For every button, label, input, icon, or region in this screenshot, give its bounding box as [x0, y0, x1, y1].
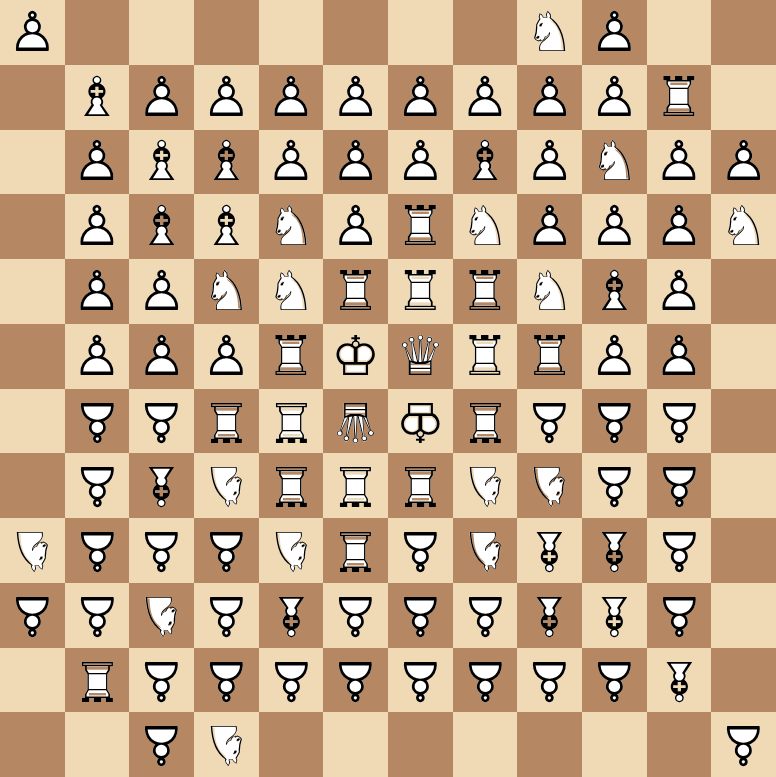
- square-r8-c7[interactable]: ♜♖: [388, 453, 453, 518]
- white-pawn-piece-inverted[interactable]: ♟♙: [65, 583, 130, 648]
- square-r1-c7[interactable]: [388, 0, 453, 65]
- square-r9-c4[interactable]: ♟♙: [194, 518, 259, 583]
- white-rook-piece-inverted[interactable]: ♜♖: [388, 453, 453, 518]
- white-pawn-piece-inverted[interactable]: ♟♙: [711, 712, 776, 777]
- piece-outline-glyph: ♗: [194, 194, 259, 259]
- white-pawn-piece-inverted[interactable]: ♟♙: [582, 648, 647, 713]
- square-r10-c2[interactable]: ♟♙: [65, 583, 130, 648]
- white-pawn-piece[interactable]: ♟♙: [711, 130, 776, 195]
- square-r12-c9[interactable]: [517, 712, 582, 777]
- piece-outline-glyph: ♙: [259, 648, 324, 713]
- square-r9-c7[interactable]: ♟♙: [388, 518, 453, 583]
- white-pawn-piece-inverted[interactable]: ♟♙: [323, 583, 388, 648]
- piece-outline-glyph: ♙: [647, 194, 712, 259]
- square-r12-c12[interactable]: ♟♙: [711, 712, 776, 777]
- square-r7-c4[interactable]: ♜♖: [194, 389, 259, 454]
- square-r2-c9[interactable]: ♟♙: [517, 65, 582, 130]
- square-r12-c10[interactable]: [582, 712, 647, 777]
- white-bishop-piece[interactable]: ♝♗: [194, 130, 259, 195]
- white-pawn-piece[interactable]: ♟♙: [323, 194, 388, 259]
- white-pawn-piece-inverted[interactable]: ♟♙: [453, 648, 518, 713]
- square-r2-c10[interactable]: ♟♙: [582, 65, 647, 130]
- square-r10-c6[interactable]: ♟♙: [323, 583, 388, 648]
- white-knight-piece[interactable]: ♞♘: [711, 194, 776, 259]
- square-r9-c3[interactable]: ♟♙: [129, 518, 194, 583]
- square-r12-c7[interactable]: [388, 712, 453, 777]
- white-pawn-piece-inverted[interactable]: ♟♙: [129, 518, 194, 583]
- square-r10-c7[interactable]: ♟♙: [388, 583, 453, 648]
- white-bishop-piece-inverted[interactable]: ♝♗: [582, 583, 647, 648]
- piece-outline-glyph: ♙: [388, 65, 453, 130]
- square-r5-c4[interactable]: ♞♘: [194, 259, 259, 324]
- square-r10-c5[interactable]: ♝♗: [259, 583, 324, 648]
- piece-outline-glyph: ♗: [647, 648, 712, 713]
- square-r12-c6[interactable]: [323, 712, 388, 777]
- square-r12-c5[interactable]: [259, 712, 324, 777]
- square-r9-c2[interactable]: ♟♙: [65, 518, 130, 583]
- square-r7-c6[interactable]: ♛♕: [323, 389, 388, 454]
- square-r5-c9[interactable]: ♞♘: [517, 259, 582, 324]
- white-pawn-piece[interactable]: ♟♙: [323, 130, 388, 195]
- white-pawn-piece[interactable]: ♟♙: [453, 65, 518, 130]
- white-pawn-piece-inverted[interactable]: ♟♙: [388, 583, 453, 648]
- square-r2-c4[interactable]: ♟♙: [194, 65, 259, 130]
- white-knight-piece-inverted[interactable]: ♞♘: [194, 712, 259, 777]
- white-pawn-piece[interactable]: ♟♙: [517, 65, 582, 130]
- piece-outline-glyph: ♗: [129, 453, 194, 518]
- square-r6-c11[interactable]: ♟♙: [647, 324, 712, 389]
- white-rook-piece[interactable]: ♜♖: [647, 65, 712, 130]
- white-pawn-piece-inverted[interactable]: ♟♙: [129, 712, 194, 777]
- square-r7-c5[interactable]: ♜♖: [259, 389, 324, 454]
- square-r12-c8[interactable]: [453, 712, 518, 777]
- square-r3-c5[interactable]: ♟♙: [259, 130, 324, 195]
- square-r2-c8[interactable]: ♟♙: [453, 65, 518, 130]
- piece-outline-glyph: ♘: [259, 518, 324, 583]
- square-r6-c4[interactable]: ♟♙: [194, 324, 259, 389]
- square-r2-c12[interactable]: [711, 65, 776, 130]
- square-r11-c1[interactable]: [0, 648, 65, 713]
- square-r1-c6[interactable]: [323, 0, 388, 65]
- white-knight-piece-inverted[interactable]: ♞♘: [194, 453, 259, 518]
- square-r11-c4[interactable]: ♟♙: [194, 648, 259, 713]
- white-pawn-piece[interactable]: ♟♙: [388, 130, 453, 195]
- piece-outline-glyph: ♙: [65, 194, 130, 259]
- white-rook-piece-inverted[interactable]: ♜♖: [65, 648, 130, 713]
- piece-outline-glyph: ♙: [323, 130, 388, 195]
- white-knight-piece-inverted[interactable]: ♞♘: [0, 518, 65, 583]
- square-r12-c1[interactable]: [0, 712, 65, 777]
- piece-outline-glyph: ♖: [453, 259, 518, 324]
- square-r6-c6[interactable]: ♚♔: [323, 324, 388, 389]
- square-r4-c2[interactable]: ♟♙: [65, 194, 130, 259]
- square-r8-c5[interactable]: ♜♖: [259, 453, 324, 518]
- square-r5-c1[interactable]: [0, 259, 65, 324]
- square-r5-c3[interactable]: ♟♙: [129, 259, 194, 324]
- square-r11-c3[interactable]: ♟♙: [129, 648, 194, 713]
- white-pawn-piece[interactable]: ♟♙: [129, 324, 194, 389]
- piece-outline-glyph: ♙: [129, 389, 194, 454]
- square-r6-c8[interactable]: ♜♖: [453, 324, 518, 389]
- white-pawn-piece-inverted[interactable]: ♟♙: [129, 389, 194, 454]
- white-pawn-piece[interactable]: ♟♙: [65, 259, 130, 324]
- white-rook-piece[interactable]: ♜♖: [453, 324, 518, 389]
- square-r9-c1[interactable]: ♞♘: [0, 518, 65, 583]
- square-r10-c12[interactable]: [711, 583, 776, 648]
- white-pawn-piece-inverted[interactable]: ♟♙: [65, 453, 130, 518]
- white-queen-piece-inverted[interactable]: ♛♕: [323, 389, 388, 454]
- white-knight-piece[interactable]: ♞♘: [517, 259, 582, 324]
- square-r11-c12[interactable]: [711, 648, 776, 713]
- white-pawn-piece-inverted[interactable]: ♟♙: [0, 583, 65, 648]
- white-pawn-piece[interactable]: ♟♙: [647, 194, 712, 259]
- piece-outline-glyph: ♘: [517, 0, 582, 65]
- piece-outline-glyph: ♙: [711, 130, 776, 195]
- piece-outline-glyph: ♙: [194, 518, 259, 583]
- white-pawn-piece[interactable]: ♟♙: [259, 130, 324, 195]
- square-r7-c11[interactable]: ♟♙: [647, 389, 712, 454]
- square-r11-c7[interactable]: ♟♙: [388, 648, 453, 713]
- white-bishop-piece-inverted[interactable]: ♝♗: [647, 648, 712, 713]
- square-r3-c12[interactable]: ♟♙: [711, 130, 776, 195]
- square-r3-c6[interactable]: ♟♙: [323, 130, 388, 195]
- white-pawn-piece-inverted[interactable]: ♟♙: [517, 648, 582, 713]
- white-bishop-piece[interactable]: ♝♗: [194, 194, 259, 259]
- piece-outline-glyph: ♙: [129, 712, 194, 777]
- square-r4-c6[interactable]: ♟♙: [323, 194, 388, 259]
- square-r7-c9[interactable]: ♟♙: [517, 389, 582, 454]
- square-r2-c5[interactable]: ♟♙: [259, 65, 324, 130]
- white-knight-piece[interactable]: ♞♘: [259, 259, 324, 324]
- square-r9-c6[interactable]: ♜♖: [323, 518, 388, 583]
- square-r8-c3[interactable]: ♝♗: [129, 453, 194, 518]
- white-rook-piece[interactable]: ♜♖: [388, 259, 453, 324]
- square-r4-c11[interactable]: ♟♙: [647, 194, 712, 259]
- square-r7-c8[interactable]: ♜♖: [453, 389, 518, 454]
- white-pawn-piece-inverted[interactable]: ♟♙: [647, 453, 712, 518]
- white-pawn-piece[interactable]: ♟♙: [647, 259, 712, 324]
- square-r4-c5[interactable]: ♞♘: [259, 194, 324, 259]
- white-pawn-piece[interactable]: ♟♙: [194, 65, 259, 130]
- white-knight-piece-inverted[interactable]: ♞♘: [517, 453, 582, 518]
- white-rook-piece[interactable]: ♜♖: [453, 259, 518, 324]
- square-r1-c3[interactable]: [129, 0, 194, 65]
- square-r11-c5[interactable]: ♟♙: [259, 648, 324, 713]
- square-r8-c9[interactable]: ♞♘: [517, 453, 582, 518]
- square-r3-c7[interactable]: ♟♙: [388, 130, 453, 195]
- white-bishop-piece-inverted[interactable]: ♝♗: [517, 583, 582, 648]
- square-r5-c5[interactable]: ♞♘: [259, 259, 324, 324]
- white-king-piece[interactable]: ♚♔: [323, 324, 388, 389]
- piece-outline-glyph: ♘: [259, 194, 324, 259]
- square-r2-c6[interactable]: ♟♙: [323, 65, 388, 130]
- square-r7-c10[interactable]: ♟♙: [582, 389, 647, 454]
- square-r10-c3[interactable]: ♞♘: [129, 583, 194, 648]
- square-r7-c2[interactable]: ♟♙: [65, 389, 130, 454]
- piece-outline-glyph: ♙: [517, 65, 582, 130]
- white-knight-piece[interactable]: ♞♘: [582, 130, 647, 195]
- white-rook-piece-inverted[interactable]: ♜♖: [259, 453, 324, 518]
- piece-outline-glyph: ♗: [453, 130, 518, 195]
- piece-outline-glyph: ♙: [65, 324, 130, 389]
- white-knight-piece[interactable]: ♞♘: [517, 0, 582, 65]
- white-pawn-piece[interactable]: ♟♙: [0, 0, 65, 65]
- square-r3-c1[interactable]: [0, 130, 65, 195]
- white-pawn-piece-inverted[interactable]: ♟♙: [517, 389, 582, 454]
- white-pawn-piece-inverted[interactable]: ♟♙: [582, 453, 647, 518]
- white-pawn-piece[interactable]: ♟♙: [388, 65, 453, 130]
- square-r3-c3[interactable]: ♝♗: [129, 130, 194, 195]
- square-r12-c4[interactable]: ♞♘: [194, 712, 259, 777]
- white-queen-piece[interactable]: ♛♕: [388, 324, 453, 389]
- square-r6-c5[interactable]: ♜♖: [259, 324, 324, 389]
- white-bishop-piece-inverted[interactable]: ♝♗: [129, 453, 194, 518]
- square-r4-c1[interactable]: [0, 194, 65, 259]
- square-r8-c8[interactable]: ♞♘: [453, 453, 518, 518]
- white-pawn-piece-inverted[interactable]: ♟♙: [453, 583, 518, 648]
- square-r3-c2[interactable]: ♟♙: [65, 130, 130, 195]
- white-knight-piece[interactable]: ♞♘: [194, 259, 259, 324]
- white-pawn-piece-inverted[interactable]: ♟♙: [194, 518, 259, 583]
- square-r1-c2[interactable]: [65, 0, 130, 65]
- square-r9-c12[interactable]: [711, 518, 776, 583]
- white-rook-piece-inverted[interactable]: ♜♖: [323, 518, 388, 583]
- white-pawn-piece[interactable]: ♟♙: [65, 194, 130, 259]
- square-r2-c11[interactable]: ♜♖: [647, 65, 712, 130]
- piece-outline-glyph: ♙: [453, 648, 518, 713]
- square-r5-c2[interactable]: ♟♙: [65, 259, 130, 324]
- square-r10-c1[interactable]: ♟♙: [0, 583, 65, 648]
- square-r1-c9[interactable]: ♞♘: [517, 0, 582, 65]
- white-rook-piece-inverted[interactable]: ♜♖: [194, 389, 259, 454]
- square-r7-c7[interactable]: ♚♔: [388, 389, 453, 454]
- white-knight-piece-inverted[interactable]: ♞♘: [453, 518, 518, 583]
- piece-outline-glyph: ♙: [388, 130, 453, 195]
- white-pawn-piece[interactable]: ♟♙: [582, 65, 647, 130]
- square-r3-c10[interactable]: ♞♘: [582, 130, 647, 195]
- piece-outline-glyph: ♗: [65, 65, 130, 130]
- white-pawn-piece[interactable]: ♟♙: [65, 130, 130, 195]
- square-r8-c12[interactable]: [711, 453, 776, 518]
- square-r8-c11[interactable]: ♟♙: [647, 453, 712, 518]
- square-r4-c8[interactable]: ♞♘: [453, 194, 518, 259]
- square-r1-c4[interactable]: [194, 0, 259, 65]
- square-r7-c12[interactable]: [711, 389, 776, 454]
- square-r5-c10[interactable]: ♝♗: [582, 259, 647, 324]
- white-bishop-piece[interactable]: ♝♗: [65, 65, 130, 130]
- white-pawn-piece[interactable]: ♟♙: [517, 130, 582, 195]
- white-rook-piece[interactable]: ♜♖: [259, 324, 324, 389]
- piece-outline-glyph: ♘: [453, 518, 518, 583]
- white-knight-piece[interactable]: ♞♘: [259, 194, 324, 259]
- white-rook-piece[interactable]: ♜♖: [323, 259, 388, 324]
- square-r6-c7[interactable]: ♛♕: [388, 324, 453, 389]
- square-r8-c4[interactable]: ♞♘: [194, 453, 259, 518]
- piece-outline-glyph: ♘: [259, 259, 324, 324]
- white-pawn-piece[interactable]: ♟♙: [582, 0, 647, 65]
- square-r5-c6[interactable]: ♜♖: [323, 259, 388, 324]
- square-r8-c1[interactable]: [0, 453, 65, 518]
- piece-outline-glyph: ♖: [259, 453, 324, 518]
- white-pawn-piece-inverted[interactable]: ♟♙: [65, 389, 130, 454]
- square-r2-c2[interactable]: ♝♗: [65, 65, 130, 130]
- white-bishop-piece-inverted[interactable]: ♝♗: [517, 518, 582, 583]
- square-r9-c5[interactable]: ♞♘: [259, 518, 324, 583]
- piece-outline-glyph: ♙: [129, 648, 194, 713]
- piece-outline-glyph: ♙: [582, 453, 647, 518]
- square-r10-c10[interactable]: ♝♗: [582, 583, 647, 648]
- piece-outline-glyph: ♙: [453, 65, 518, 130]
- square-r4-c10[interactable]: ♟♙: [582, 194, 647, 259]
- square-r11-c11[interactable]: ♝♗: [647, 648, 712, 713]
- white-pawn-piece-inverted[interactable]: ♟♙: [388, 518, 453, 583]
- white-knight-piece[interactable]: ♞♘: [453, 194, 518, 259]
- square-r6-c10[interactable]: ♟♙: [582, 324, 647, 389]
- square-r10-c11[interactable]: ♟♙: [647, 583, 712, 648]
- piece-outline-glyph: ♙: [517, 648, 582, 713]
- white-pawn-piece-inverted[interactable]: ♟♙: [647, 389, 712, 454]
- piece-outline-glyph: ♗: [129, 194, 194, 259]
- square-r10-c9[interactable]: ♝♗: [517, 583, 582, 648]
- piece-outline-glyph: ♙: [194, 324, 259, 389]
- square-r11-c10[interactable]: ♟♙: [582, 648, 647, 713]
- piece-outline-glyph: ♔: [323, 324, 388, 389]
- white-pawn-piece-inverted[interactable]: ♟♙: [194, 583, 259, 648]
- square-r11-c6[interactable]: ♟♙: [323, 648, 388, 713]
- white-pawn-piece[interactable]: ♟♙: [582, 324, 647, 389]
- square-r11-c9[interactable]: ♟♙: [517, 648, 582, 713]
- white-pawn-piece[interactable]: ♟♙: [517, 194, 582, 259]
- white-bishop-piece[interactable]: ♝♗: [129, 130, 194, 195]
- piece-outline-glyph: ♙: [388, 583, 453, 648]
- square-r3-c11[interactable]: ♟♙: [647, 130, 712, 195]
- square-r1-c5[interactable]: [259, 0, 324, 65]
- square-r2-c1[interactable]: [0, 65, 65, 130]
- white-pawn-piece-inverted[interactable]: ♟♙: [647, 518, 712, 583]
- square-r1-c8[interactable]: [453, 0, 518, 65]
- white-pawn-piece[interactable]: ♟♙: [194, 324, 259, 389]
- white-pawn-piece[interactable]: ♟♙: [129, 65, 194, 130]
- white-rook-piece-inverted[interactable]: ♜♖: [259, 389, 324, 454]
- white-pawn-piece[interactable]: ♟♙: [259, 65, 324, 130]
- piece-outline-glyph: ♔: [388, 389, 453, 454]
- square-r8-c2[interactable]: ♟♙: [65, 453, 130, 518]
- square-r4-c7[interactable]: ♜♖: [388, 194, 453, 259]
- white-pawn-piece-inverted[interactable]: ♟♙: [388, 648, 453, 713]
- square-r11-c2[interactable]: ♜♖: [65, 648, 130, 713]
- white-rook-piece-inverted[interactable]: ♜♖: [453, 389, 518, 454]
- white-pawn-piece-inverted[interactable]: ♟♙: [129, 648, 194, 713]
- square-r1-c11[interactable]: [647, 0, 712, 65]
- piece-outline-glyph: ♙: [582, 389, 647, 454]
- piece-outline-glyph: ♗: [129, 130, 194, 195]
- square-r5-c8[interactable]: ♜♖: [453, 259, 518, 324]
- square-r3-c9[interactable]: ♟♙: [517, 130, 582, 195]
- white-pawn-piece[interactable]: ♟♙: [647, 130, 712, 195]
- piece-outline-glyph: ♙: [517, 389, 582, 454]
- square-r11-c8[interactable]: ♟♙: [453, 648, 518, 713]
- square-r5-c7[interactable]: ♜♖: [388, 259, 453, 324]
- white-bishop-piece[interactable]: ♝♗: [582, 259, 647, 324]
- white-pawn-piece[interactable]: ♟♙: [647, 324, 712, 389]
- square-r7-c3[interactable]: ♟♙: [129, 389, 194, 454]
- white-bishop-piece-inverted[interactable]: ♝♗: [582, 518, 647, 583]
- white-pawn-piece-inverted[interactable]: ♟♙: [647, 583, 712, 648]
- square-r1-c10[interactable]: ♟♙: [582, 0, 647, 65]
- white-bishop-piece[interactable]: ♝♗: [129, 194, 194, 259]
- square-r8-c10[interactable]: ♟♙: [582, 453, 647, 518]
- white-knight-piece-inverted[interactable]: ♞♘: [453, 453, 518, 518]
- white-rook-piece[interactable]: ♜♖: [388, 194, 453, 259]
- square-r4-c9[interactable]: ♟♙: [517, 194, 582, 259]
- piece-outline-glyph: ♘: [129, 583, 194, 648]
- white-king-piece-inverted[interactable]: ♚♔: [388, 389, 453, 454]
- piece-outline-glyph: ♖: [194, 389, 259, 454]
- square-r12-c3[interactable]: ♟♙: [129, 712, 194, 777]
- square-r3-c4[interactable]: ♝♗: [194, 130, 259, 195]
- square-r9-c10[interactable]: ♝♗: [582, 518, 647, 583]
- piece-outline-glyph: ♙: [129, 65, 194, 130]
- square-r12-c11[interactable]: [647, 712, 712, 777]
- square-r9-c11[interactable]: ♟♙: [647, 518, 712, 583]
- white-pawn-piece[interactable]: ♟♙: [582, 194, 647, 259]
- white-pawn-piece-inverted[interactable]: ♟♙: [194, 648, 259, 713]
- piece-outline-glyph: ♙: [0, 583, 65, 648]
- white-pawn-piece[interactable]: ♟♙: [65, 324, 130, 389]
- square-r9-c9[interactable]: ♝♗: [517, 518, 582, 583]
- square-r6-c9[interactable]: ♜♖: [517, 324, 582, 389]
- square-r3-c8[interactable]: ♝♗: [453, 130, 518, 195]
- square-r1-c1[interactable]: ♟♙: [0, 0, 65, 65]
- square-r6-c2[interactable]: ♟♙: [65, 324, 130, 389]
- piece-outline-glyph: ♙: [647, 453, 712, 518]
- piece-outline-glyph: ♙: [647, 518, 712, 583]
- square-r2-c7[interactable]: ♟♙: [388, 65, 453, 130]
- square-r4-c12[interactable]: ♞♘: [711, 194, 776, 259]
- square-r8-c6[interactable]: ♜♖: [323, 453, 388, 518]
- square-r1-c12[interactable]: [711, 0, 776, 65]
- white-pawn-piece[interactable]: ♟♙: [323, 65, 388, 130]
- square-r10-c4[interactable]: ♟♙: [194, 583, 259, 648]
- square-r12-c2[interactable]: [65, 712, 130, 777]
- square-r2-c3[interactable]: ♟♙: [129, 65, 194, 130]
- white-rook-piece-inverted[interactable]: ♜♖: [323, 453, 388, 518]
- white-knight-piece-inverted[interactable]: ♞♘: [129, 583, 194, 648]
- square-r7-c1[interactable]: [0, 389, 65, 454]
- square-r6-c3[interactable]: ♟♙: [129, 324, 194, 389]
- square-r4-c4[interactable]: ♝♗: [194, 194, 259, 259]
- square-r4-c3[interactable]: ♝♗: [129, 194, 194, 259]
- white-pawn-piece[interactable]: ♟♙: [129, 259, 194, 324]
- square-r9-c8[interactable]: ♞♘: [453, 518, 518, 583]
- white-bishop-piece-inverted[interactable]: ♝♗: [259, 583, 324, 648]
- white-pawn-piece-inverted[interactable]: ♟♙: [65, 518, 130, 583]
- white-bishop-piece[interactable]: ♝♗: [453, 130, 518, 195]
- white-knight-piece-inverted[interactable]: ♞♘: [259, 518, 324, 583]
- white-pawn-piece-inverted[interactable]: ♟♙: [259, 648, 324, 713]
- piece-outline-glyph: ♙: [0, 0, 65, 65]
- white-rook-piece[interactable]: ♜♖: [517, 324, 582, 389]
- white-pawn-piece-inverted[interactable]: ♟♙: [323, 648, 388, 713]
- square-r5-c12[interactable]: [711, 259, 776, 324]
- chessboard: ♟♙♞♘♟♙♝♗♟♙♟♙♟♙♟♙♟♙♟♙♟♙♟♙♜♖♟♙♝♗♝♗♟♙♟♙♟♙♝♗…: [0, 0, 776, 777]
- square-r10-c8[interactable]: ♟♙: [453, 583, 518, 648]
- square-r6-c1[interactable]: [0, 324, 65, 389]
- square-r6-c12[interactable]: [711, 324, 776, 389]
- square-r5-c11[interactable]: ♟♙: [647, 259, 712, 324]
- piece-outline-glyph: ♙: [388, 648, 453, 713]
- white-pawn-piece-inverted[interactable]: ♟♙: [582, 389, 647, 454]
